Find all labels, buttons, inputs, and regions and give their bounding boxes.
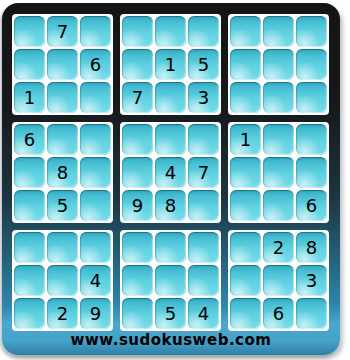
cell-r6c4[interactable]: 9 [122,190,153,221]
block-2-0: 429 [12,230,113,331]
cell-r5c2[interactable]: 8 [47,157,78,188]
cell-r5c4[interactable] [122,157,153,188]
cell-r4c5[interactable] [155,124,186,155]
cell-r5c6[interactable]: 7 [188,157,219,188]
cell-r8c6[interactable] [188,265,219,296]
cell-r1c9[interactable] [296,16,327,47]
sudoku-board-frame: 7611573685479816429542836 www.sudokusweb… [2,3,340,355]
cell-r7c9[interactable]: 8 [296,232,327,263]
cell-r4c2[interactable] [47,124,78,155]
cell-r9c3[interactable]: 9 [80,298,111,329]
cell-r7c5[interactable] [155,232,186,263]
cell-r3c8[interactable] [263,82,294,113]
cell-r9c7[interactable] [230,298,261,329]
cell-r7c6[interactable] [188,232,219,263]
cell-r3c1[interactable]: 1 [14,82,45,113]
cell-r1c1[interactable] [14,16,45,47]
cell-r9c8[interactable]: 6 [263,298,294,329]
cell-r8c3[interactable]: 4 [80,265,111,296]
website-url: www.sudokusweb.com [2,331,340,351]
cell-r9c6[interactable]: 4 [188,298,219,329]
cell-r8c5[interactable] [155,265,186,296]
cell-r5c3[interactable] [80,157,111,188]
sudoku-grid: 7611573685479816429542836 [12,14,329,331]
cell-r4c6[interactable] [188,124,219,155]
cell-r1c5[interactable] [155,16,186,47]
block-0-0: 761 [12,14,113,115]
cell-r2c9[interactable] [296,49,327,80]
cell-r7c3[interactable] [80,232,111,263]
cell-r6c3[interactable] [80,190,111,221]
block-1-1: 4798 [120,122,221,223]
cell-r6c7[interactable] [230,190,261,221]
cell-r3c9[interactable] [296,82,327,113]
cell-r3c2[interactable] [47,82,78,113]
cell-r6c8[interactable] [263,190,294,221]
cell-r5c5[interactable]: 4 [155,157,186,188]
cell-r3c5[interactable] [155,82,186,113]
cell-r2c4[interactable] [122,49,153,80]
cell-r8c4[interactable] [122,265,153,296]
cell-r9c2[interactable]: 2 [47,298,78,329]
cell-r1c7[interactable] [230,16,261,47]
cell-r6c1[interactable] [14,190,45,221]
cell-r2c1[interactable] [14,49,45,80]
cell-r7c8[interactable]: 2 [263,232,294,263]
cell-r1c3[interactable] [80,16,111,47]
cell-r8c2[interactable] [47,265,78,296]
cell-r3c4[interactable]: 7 [122,82,153,113]
cell-r9c5[interactable]: 5 [155,298,186,329]
cell-r1c6[interactable] [188,16,219,47]
cell-r6c9[interactable]: 6 [296,190,327,221]
cell-r6c2[interactable]: 5 [47,190,78,221]
cell-r9c9[interactable] [296,298,327,329]
cell-r1c4[interactable] [122,16,153,47]
cell-r4c9[interactable] [296,124,327,155]
block-2-2: 2836 [228,230,329,331]
cell-r2c7[interactable] [230,49,261,80]
cell-r3c7[interactable] [230,82,261,113]
cell-r2c2[interactable] [47,49,78,80]
cell-r3c3[interactable] [80,82,111,113]
block-1-0: 685 [12,122,113,223]
cell-r1c8[interactable] [263,16,294,47]
block-2-1: 54 [120,230,221,331]
block-1-2: 16 [228,122,329,223]
cell-r9c1[interactable] [14,298,45,329]
block-0-2 [228,14,329,115]
cell-r2c3[interactable]: 6 [80,49,111,80]
cell-r7c2[interactable] [47,232,78,263]
cell-r9c4[interactable] [122,298,153,329]
cell-r8c1[interactable] [14,265,45,296]
cell-r8c9[interactable]: 3 [296,265,327,296]
cell-r5c9[interactable] [296,157,327,188]
cell-r4c4[interactable] [122,124,153,155]
cell-r2c8[interactable] [263,49,294,80]
cell-r3c6[interactable]: 3 [188,82,219,113]
cell-r2c6[interactable]: 5 [188,49,219,80]
cell-r5c7[interactable] [230,157,261,188]
cell-r5c8[interactable] [263,157,294,188]
cell-r1c2[interactable]: 7 [47,16,78,47]
cell-r7c4[interactable] [122,232,153,263]
cell-r4c7[interactable]: 1 [230,124,261,155]
cell-r4c8[interactable] [263,124,294,155]
block-0-1: 1573 [120,14,221,115]
cell-r8c7[interactable] [230,265,261,296]
cell-r7c1[interactable] [14,232,45,263]
cell-r5c1[interactable] [14,157,45,188]
cell-r6c6[interactable] [188,190,219,221]
cell-r2c5[interactable]: 1 [155,49,186,80]
cell-r8c8[interactable] [263,265,294,296]
cell-r7c7[interactable] [230,232,261,263]
cell-r4c1[interactable]: 6 [14,124,45,155]
cell-r4c3[interactable] [80,124,111,155]
cell-r6c5[interactable]: 8 [155,190,186,221]
